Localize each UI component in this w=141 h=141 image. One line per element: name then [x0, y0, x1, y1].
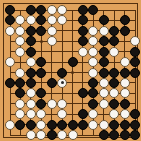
white-stone	[47, 26, 57, 36]
white-stone	[120, 109, 130, 119]
white-stone	[88, 47, 98, 57]
white-stone	[26, 130, 36, 140]
black-stone	[26, 120, 36, 130]
white-stone	[88, 68, 98, 78]
white-stone	[26, 57, 36, 67]
black-stone	[78, 26, 88, 36]
black-stone	[88, 78, 98, 88]
black-stone	[130, 47, 140, 57]
black-stone	[120, 120, 130, 130]
black-stone	[36, 15, 46, 25]
go-board-screenshot	[0, 0, 141, 141]
white-stone	[88, 120, 98, 130]
black-stone	[109, 36, 119, 46]
black-stone	[109, 26, 119, 36]
white-stone	[88, 109, 98, 119]
black-stone	[78, 88, 88, 98]
white-stone	[15, 15, 25, 25]
white-stone	[5, 120, 15, 130]
black-stone	[99, 36, 109, 46]
black-stone	[88, 88, 98, 98]
white-stone	[15, 36, 25, 46]
black-stone	[88, 5, 98, 15]
black-stone	[57, 120, 67, 130]
black-stone	[99, 68, 109, 78]
white-stone	[109, 109, 119, 119]
white-stone	[36, 130, 46, 140]
black-stone	[130, 57, 140, 67]
black-stone	[26, 78, 36, 88]
black-stone	[26, 47, 36, 57]
white-stone	[15, 99, 25, 109]
white-stone	[99, 26, 109, 36]
white-stone	[15, 26, 25, 36]
white-stone	[57, 78, 67, 88]
black-stone	[120, 15, 130, 25]
black-stone	[47, 78, 57, 88]
white-stone	[57, 130, 67, 140]
black-stone	[78, 5, 88, 15]
white-stone	[99, 88, 109, 98]
white-stone	[36, 120, 46, 130]
black-stone	[36, 99, 46, 109]
white-stone	[26, 109, 36, 119]
white-stone	[120, 88, 130, 98]
white-stone	[36, 109, 46, 119]
black-stone	[120, 26, 130, 36]
white-stone	[5, 26, 15, 36]
black-stone	[5, 5, 15, 15]
black-stone	[109, 68, 119, 78]
black-stone	[36, 5, 46, 15]
black-stone	[130, 68, 140, 78]
black-stone	[120, 68, 130, 78]
black-stone	[5, 78, 15, 88]
white-stone	[99, 120, 109, 130]
white-stone	[57, 15, 67, 25]
white-stone	[120, 57, 130, 67]
black-stone	[99, 47, 109, 57]
white-stone	[15, 109, 25, 119]
white-stone	[88, 57, 98, 67]
black-stone	[26, 26, 36, 36]
black-stone	[88, 99, 98, 109]
white-stone	[120, 78, 130, 88]
black-stone	[47, 130, 57, 140]
black-stone	[15, 78, 25, 88]
black-stone	[99, 57, 109, 67]
white-stone	[5, 57, 15, 67]
black-stone	[15, 120, 25, 130]
white-stone	[88, 26, 98, 36]
white-stone	[130, 36, 140, 46]
black-stone	[78, 109, 88, 119]
black-stone	[15, 88, 25, 98]
black-stone	[5, 15, 15, 25]
black-stone	[26, 5, 36, 15]
black-stone	[78, 15, 88, 25]
black-stone	[68, 120, 78, 130]
white-stone	[26, 15, 36, 25]
black-stone	[109, 130, 119, 140]
black-stone	[36, 68, 46, 78]
white-stone	[15, 68, 25, 78]
white-stone	[26, 88, 36, 98]
white-stone	[57, 109, 67, 119]
black-stone	[47, 120, 57, 130]
black-stone	[99, 130, 109, 140]
black-stone	[130, 109, 140, 119]
black-stone	[130, 120, 140, 130]
grid-line-vertical	[72, 10, 73, 136]
white-stone	[88, 36, 98, 46]
white-stone	[99, 99, 109, 109]
white-stone	[99, 78, 109, 88]
white-stone	[47, 99, 57, 109]
black-stone	[26, 36, 36, 46]
hoshi-dot	[40, 40, 43, 43]
white-stone	[47, 5, 57, 15]
white-stone	[57, 5, 67, 15]
black-stone	[36, 26, 46, 36]
black-stone	[26, 68, 36, 78]
white-stone	[47, 15, 57, 25]
hoshi-dot	[71, 71, 74, 74]
white-stone	[47, 36, 57, 46]
black-stone	[109, 78, 119, 88]
white-stone	[109, 88, 119, 98]
white-stone	[26, 99, 36, 109]
white-stone	[109, 47, 119, 57]
black-stone	[68, 57, 78, 67]
black-stone	[109, 99, 119, 109]
black-stone	[109, 120, 119, 130]
white-stone	[68, 130, 78, 140]
black-stone	[99, 15, 109, 25]
black-stone	[130, 130, 140, 140]
white-stone	[15, 47, 25, 57]
black-stone	[78, 120, 88, 130]
white-stone	[57, 99, 67, 109]
black-stone	[57, 68, 67, 78]
black-stone	[120, 99, 130, 109]
black-stone	[120, 130, 130, 140]
black-stone	[36, 57, 46, 67]
black-stone	[78, 36, 88, 46]
black-stone	[36, 88, 46, 98]
go-board[interactable]	[0, 0, 141, 141]
white-stone	[78, 47, 88, 57]
